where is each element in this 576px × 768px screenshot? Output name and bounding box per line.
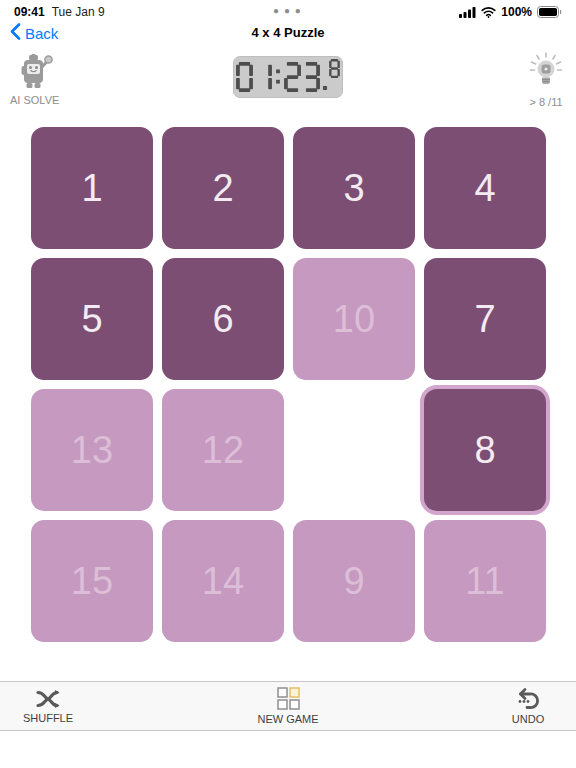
shuffle-label: SHUFFLE: [23, 712, 73, 724]
timer-display: [233, 56, 343, 98]
tile-5[interactable]: 5: [31, 258, 153, 380]
tile-4[interactable]: 4: [424, 127, 546, 249]
undo-button[interactable]: UNDO: [498, 687, 558, 725]
undo-label: UNDO: [512, 713, 544, 725]
battery-icon: [537, 6, 562, 18]
undo-icon: [516, 687, 540, 710]
ai-solve-label: AI SOLVE: [10, 94, 59, 106]
nav-bar: Back 4 x 4 Puzzle: [0, 22, 576, 46]
tile-13[interactable]: 13: [31, 389, 153, 511]
board: 123456107131281514911: [31, 127, 546, 642]
tile-6[interactable]: 6: [162, 258, 284, 380]
tile-12[interactable]: 12: [162, 389, 284, 511]
tile-3[interactable]: 3: [293, 127, 415, 249]
hint-button[interactable]: > 8 /11: [526, 52, 566, 108]
ai-solve-button[interactable]: AI SOLVE: [10, 54, 59, 106]
tile-11[interactable]: 11: [424, 520, 546, 642]
tile-2[interactable]: 2: [162, 127, 284, 249]
page-title: 4 x 4 Puzzle: [0, 25, 576, 40]
bottom-toolbar: SHUFFLE NEW GAME UNDO: [0, 681, 576, 731]
tile-7[interactable]: 7: [424, 258, 546, 380]
status-bar: 09:41 Tue Jan 9 ● ● ● 100%: [0, 0, 576, 22]
robot-icon: [16, 54, 54, 92]
tile-8[interactable]: 8: [424, 389, 546, 511]
wifi-icon: [481, 7, 496, 18]
multitask-dots: ● ● ●: [273, 5, 303, 16]
signal-icon: [459, 7, 476, 18]
tile-14[interactable]: 14: [162, 520, 284, 642]
tile-9[interactable]: 9: [293, 520, 415, 642]
new-game-grid-icon: [277, 687, 300, 710]
new-game-button[interactable]: NEW GAME: [257, 687, 318, 725]
shuffle-icon: [35, 689, 61, 709]
empty-cell: [293, 389, 415, 511]
tile-10[interactable]: 10: [293, 258, 415, 380]
battery-percent: 100%: [501, 5, 532, 19]
new-game-label: NEW GAME: [257, 713, 318, 725]
tile-15[interactable]: 15: [31, 520, 153, 642]
hint-count-label: > 8 /11: [529, 96, 562, 108]
clock-date: Tue Jan 9: [52, 5, 105, 19]
clock-time: 09:41: [14, 5, 45, 19]
lightbulb-icon: [526, 52, 566, 94]
top-toolbar: AI SOLVE: [0, 50, 576, 114]
tile-1[interactable]: 1: [31, 127, 153, 249]
timer-digits: [236, 59, 340, 96]
shuffle-button[interactable]: SHUFFLE: [18, 689, 78, 724]
